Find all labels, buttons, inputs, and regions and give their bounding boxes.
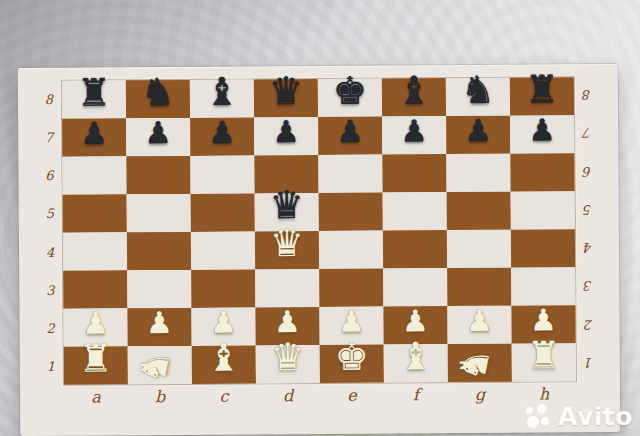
rank-label-7-right: 7 [575,114,599,152]
file-label-d: d [256,385,320,409]
square-f4[interactable] [383,230,447,268]
square-f1[interactable]: ♝ [384,344,448,382]
rank-label-4-left: 4 [38,233,62,271]
square-e8[interactable]: ♚ [318,79,382,117]
piece-black-pawn-g7[interactable]: ♟ [465,116,492,146]
square-h4[interactable] [511,229,575,267]
square-g5[interactable] [447,192,511,230]
square-c8[interactable]: ♝ [190,79,254,117]
piece-white-queen-d4[interactable]: ♛ [270,224,304,262]
square-h1[interactable]: ♜ [512,343,576,381]
mat-inner: 87654321 ♜♞♝♛♚♝♞♜♟♟♟♟♟♟♟♟♛♛♟♟♟♟♟♟♟♟♜♞♝♛♚… [18,64,621,436]
watermark: Avito [525,402,633,431]
piece-black-knight-g8[interactable]: ♞ [461,71,495,109]
piece-black-pawn-f7[interactable]: ♟ [401,116,428,146]
rank-label-8-left: 8 [37,80,61,118]
square-b2[interactable]: ♟ [127,308,191,346]
square-c7[interactable]: ♟ [190,117,254,155]
piece-white-knight-b1[interactable]: ♞ [132,346,176,387]
square-e7[interactable]: ♟ [318,117,382,155]
square-a5[interactable] [63,194,127,232]
piece-black-rook-a8[interactable]: ♜ [77,73,111,111]
square-h6[interactable] [510,153,574,191]
square-f3[interactable] [383,268,447,306]
square-g6[interactable] [446,154,510,192]
square-b1[interactable]: ♞ [128,346,192,384]
square-c5[interactable] [191,193,255,231]
rank-label-2-right: 2 [576,306,600,344]
square-d4[interactable]: ♛ [255,231,319,269]
square-b8[interactable]: ♞ [126,80,190,118]
square-f8[interactable]: ♝ [382,78,446,116]
file-label-g: g [448,384,512,408]
piece-white-pawn-h2[interactable]: ♟ [530,305,557,335]
rank-label-7-left: 7 [37,118,61,156]
rank-label-3-left: 3 [38,271,62,309]
square-g7[interactable]: ♟ [446,116,510,154]
square-g2[interactable]: ♟ [447,306,511,344]
rank-label-3-right: 3 [576,267,600,305]
square-h7[interactable]: ♟ [510,115,574,153]
chess-mat: 87654321 ♜♞♝♛♚♝♞♜♟♟♟♟♟♟♟♟♛♛♟♟♟♟♟♟♟♟♜♞♝♛♚… [18,64,621,436]
watermark-text: Avito [558,402,633,431]
square-d7[interactable]: ♟ [254,117,318,155]
square-d1[interactable]: ♛ [256,345,320,383]
square-b3[interactable] [127,270,191,308]
piece-white-pawn-g2[interactable]: ♟ [466,306,493,336]
square-d8[interactable]: ♛ [254,79,318,117]
rank-label-5-left: 5 [38,195,62,233]
piece-white-bishop-c1[interactable]: ♝ [207,339,241,377]
file-label-f: f [384,384,448,408]
file-label-b: b [128,386,192,410]
piece-black-pawn-d7[interactable]: ♟ [273,117,300,147]
rank-label-6-left: 6 [37,156,61,194]
square-c6[interactable] [190,155,254,193]
rank-label-5-right: 5 [576,191,600,229]
piece-black-rook-h8[interactable]: ♜ [525,70,559,108]
square-e6[interactable] [318,155,382,193]
square-h3[interactable] [511,267,575,305]
piece-white-pawn-d2[interactable]: ♟ [274,307,301,337]
rank-label-1-right: 1 [577,344,601,382]
piece-black-knight-b8[interactable]: ♞ [141,73,175,111]
square-f7[interactable]: ♟ [382,116,446,154]
piece-black-pawn-a7[interactable]: ♟ [81,118,108,148]
piece-white-rook-h1[interactable]: ♜ [527,336,561,374]
avito-logo-icon [525,403,551,431]
square-g8[interactable]: ♞ [446,78,510,116]
piece-black-pawn-c7[interactable]: ♟ [209,118,236,148]
file-label-a: a [64,386,128,410]
square-f6[interactable] [382,154,446,192]
piece-black-king-e8[interactable]: ♚ [333,72,367,110]
photo-scene: 87654321 ♜♞♝♛♚♝♞♜♟♟♟♟♟♟♟♟♛♛♟♟♟♟♟♟♟♟♜♞♝♛♚… [0,0,640,436]
piece-black-pawn-h7[interactable]: ♟ [529,115,556,145]
piece-black-bishop-f8[interactable]: ♝ [397,71,431,109]
square-a7[interactable]: ♟ [62,118,126,156]
piece-white-pawn-e2[interactable]: ♟ [338,307,365,337]
rank-label-2-left: 2 [38,309,62,347]
square-c1[interactable]: ♝ [192,345,256,383]
square-e3[interactable] [319,269,383,307]
square-a4[interactable] [63,232,127,270]
file-label-e: e [320,385,384,409]
piece-white-pawn-c2[interactable]: ♟ [210,308,237,338]
square-f5[interactable] [383,192,447,230]
rank-label-4-right: 4 [576,229,600,267]
square-e4[interactable] [319,231,383,269]
piece-white-pawn-f2[interactable]: ♟ [402,306,429,336]
square-h8[interactable]: ♜ [510,77,574,115]
square-a8[interactable]: ♜ [62,80,126,118]
rank-labels-right: 87654321 [575,76,601,382]
square-a1[interactable]: ♜ [64,346,128,384]
square-b4[interactable] [127,232,191,270]
piece-white-king-e1[interactable]: ♚ [335,338,369,376]
square-b5[interactable] [127,194,191,232]
rank-label-8-right: 8 [575,76,599,114]
piece-black-pawn-e7[interactable]: ♟ [337,117,364,147]
square-b6[interactable] [126,156,190,194]
square-c4[interactable] [191,231,255,269]
square-a6[interactable] [62,156,126,194]
piece-white-pawn-a2[interactable]: ♟ [82,308,109,338]
square-e5[interactable] [319,193,383,231]
piece-white-rook-a1[interactable]: ♜ [79,339,113,377]
piece-white-pawn-b2[interactable]: ♟ [146,308,173,338]
square-a3[interactable] [63,270,127,308]
square-g4[interactable] [447,230,511,268]
rank-label-6-right: 6 [575,153,599,191]
piece-white-bishop-f1[interactable]: ♝ [399,337,433,375]
square-g1[interactable]: ♞ [448,344,512,382]
square-e1[interactable]: ♚ [320,345,384,383]
piece-black-queen-d8[interactable]: ♛ [269,72,303,110]
piece-black-queen-d5[interactable]: ♛ [270,186,304,224]
file-label-c: c [192,385,256,409]
square-g3[interactable] [447,268,511,306]
file-labels-bottom: abcdefgh [40,383,600,411]
square-c3[interactable] [191,269,255,307]
rank-labels-left: 87654321 [37,80,63,386]
piece-white-knight-g1[interactable]: ♞ [452,344,496,385]
rank-label-1-left: 1 [39,348,63,386]
square-d3[interactable] [255,269,319,307]
piece-black-pawn-b7[interactable]: ♟ [145,118,172,148]
piece-white-queen-d1[interactable]: ♛ [271,338,305,376]
chess-board: ♜♞♝♛♚♝♞♜♟♟♟♟♟♟♟♟♛♛♟♟♟♟♟♟♟♟♜♞♝♛♚♝♞♜ [61,76,577,386]
piece-black-bishop-c8[interactable]: ♝ [205,73,239,111]
square-b7[interactable]: ♟ [126,118,190,156]
square-h5[interactable] [511,191,575,229]
